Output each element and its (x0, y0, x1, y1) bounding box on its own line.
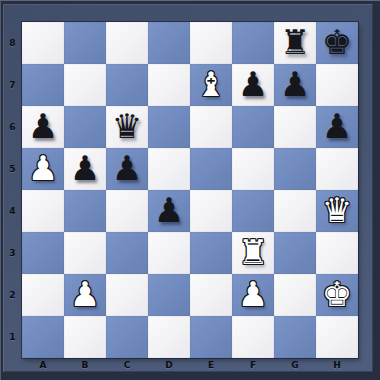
square-c5[interactable]: ♟ (106, 148, 148, 190)
rank-label-7: 7 (3, 64, 22, 106)
square-b8[interactable] (64, 22, 106, 64)
square-d6[interactable] (148, 106, 190, 148)
square-b6[interactable] (64, 106, 106, 148)
piece-black-pawn: ♟ (112, 151, 142, 185)
rank-label-1: 1 (3, 316, 22, 358)
square-c7[interactable] (106, 64, 148, 106)
square-e3[interactable] (190, 232, 232, 274)
piece-white-pawn: ♟ (70, 277, 100, 311)
square-f2[interactable]: ♟ (232, 274, 274, 316)
piece-black-pawn: ♟ (280, 67, 310, 101)
piece-white-king: ♚ (322, 277, 352, 311)
square-a8[interactable] (22, 22, 64, 64)
piece-black-queen: ♛ (112, 109, 142, 143)
square-g1[interactable] (274, 316, 316, 358)
square-c3[interactable] (106, 232, 148, 274)
square-d1[interactable] (148, 316, 190, 358)
square-h6[interactable]: ♟ (316, 106, 358, 148)
square-f3[interactable]: ♜ (232, 232, 274, 274)
file-label-c: C (106, 357, 148, 372)
square-c2[interactable] (106, 274, 148, 316)
square-e6[interactable] (190, 106, 232, 148)
square-d2[interactable] (148, 274, 190, 316)
square-h5[interactable] (316, 148, 358, 190)
square-h8[interactable]: ♚ (316, 22, 358, 64)
file-label-a: A (22, 357, 64, 372)
square-g5[interactable] (274, 148, 316, 190)
square-e4[interactable] (190, 190, 232, 232)
piece-black-pawn: ♟ (238, 67, 268, 101)
piece-white-pawn: ♟ (28, 151, 58, 185)
chess-board: ♜♚♝♟♟♟♛♟♟♟♟♟♛♜♟♟♚ (22, 22, 358, 358)
rank-label-2: 2 (3, 274, 22, 316)
square-b2[interactable]: ♟ (64, 274, 106, 316)
square-e5[interactable] (190, 148, 232, 190)
piece-black-pawn: ♟ (70, 151, 100, 185)
square-d5[interactable] (148, 148, 190, 190)
square-d8[interactable] (148, 22, 190, 64)
file-label-b: B (64, 357, 106, 372)
square-a5[interactable]: ♟ (22, 148, 64, 190)
square-g8[interactable]: ♜ (274, 22, 316, 64)
square-a6[interactable]: ♟ (22, 106, 64, 148)
rank-label-6: 6 (3, 106, 22, 148)
square-a3[interactable] (22, 232, 64, 274)
square-c6[interactable]: ♛ (106, 106, 148, 148)
square-b7[interactable] (64, 64, 106, 106)
square-e7[interactable]: ♝ (190, 64, 232, 106)
square-g7[interactable]: ♟ (274, 64, 316, 106)
square-f7[interactable]: ♟ (232, 64, 274, 106)
square-g2[interactable] (274, 274, 316, 316)
file-labels: ABCDEFGH (22, 357, 358, 372)
square-f6[interactable] (232, 106, 274, 148)
square-c1[interactable] (106, 316, 148, 358)
square-c4[interactable] (106, 190, 148, 232)
file-label-h: H (316, 357, 358, 372)
piece-white-bishop: ♝ (196, 67, 226, 101)
square-h2[interactable]: ♚ (316, 274, 358, 316)
square-f5[interactable] (232, 148, 274, 190)
square-b3[interactable] (64, 232, 106, 274)
square-c8[interactable] (106, 22, 148, 64)
square-d3[interactable] (148, 232, 190, 274)
square-e8[interactable] (190, 22, 232, 64)
file-label-g: G (274, 357, 316, 372)
piece-black-pawn: ♟ (28, 109, 58, 143)
square-d7[interactable] (148, 64, 190, 106)
square-h4[interactable]: ♛ (316, 190, 358, 232)
square-h3[interactable] (316, 232, 358, 274)
chessboard-frame: 87654321 ABCDEFGH ♜♚♝♟♟♟♛♟♟♟♟♟♛♜♟♟♚ (0, 0, 380, 380)
file-label-f: F (232, 357, 274, 372)
square-d4[interactable]: ♟ (148, 190, 190, 232)
square-b4[interactable] (64, 190, 106, 232)
square-b5[interactable]: ♟ (64, 148, 106, 190)
rank-label-4: 4 (3, 190, 22, 232)
piece-black-king: ♚ (322, 25, 352, 59)
rank-labels: 87654321 (3, 22, 22, 358)
square-g3[interactable] (274, 232, 316, 274)
square-h7[interactable] (316, 64, 358, 106)
square-e2[interactable] (190, 274, 232, 316)
piece-black-pawn: ♟ (154, 193, 184, 227)
piece-black-rook: ♜ (280, 25, 310, 59)
square-f8[interactable] (232, 22, 274, 64)
square-b1[interactable] (64, 316, 106, 358)
file-label-d: D (148, 357, 190, 372)
square-a2[interactable] (22, 274, 64, 316)
rank-label-5: 5 (3, 148, 22, 190)
square-f1[interactable] (232, 316, 274, 358)
square-a4[interactable] (22, 190, 64, 232)
rank-label-3: 3 (3, 232, 22, 274)
square-h1[interactable] (316, 316, 358, 358)
piece-white-rook: ♜ (238, 235, 268, 269)
square-g4[interactable] (274, 190, 316, 232)
square-a7[interactable] (22, 64, 64, 106)
square-f4[interactable] (232, 190, 274, 232)
square-a1[interactable] (22, 316, 64, 358)
square-e1[interactable] (190, 316, 232, 358)
piece-white-queen: ♛ (322, 193, 352, 227)
piece-white-pawn: ♟ (238, 277, 268, 311)
rank-label-8: 8 (3, 22, 22, 64)
file-label-e: E (190, 357, 232, 372)
piece-black-pawn: ♟ (322, 109, 352, 143)
square-g6[interactable] (274, 106, 316, 148)
